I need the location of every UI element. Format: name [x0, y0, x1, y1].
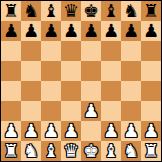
square-c6[interactable]	[41, 41, 61, 61]
piece-black-king[interactable]: ♚	[83, 1, 99, 21]
square-h3[interactable]	[141, 101, 161, 121]
piece-white-bishop[interactable]: ♝	[103, 141, 119, 161]
piece-black-pawn[interactable]: ♟	[23, 21, 39, 41]
square-g2[interactable]: ♟	[121, 121, 141, 141]
square-b2[interactable]: ♟	[21, 121, 41, 141]
square-d5[interactable]	[61, 61, 81, 81]
square-h8[interactable]: ♜	[141, 1, 161, 21]
square-a1[interactable]: ♜	[1, 141, 21, 161]
piece-white-pawn[interactable]: ♟	[63, 121, 79, 141]
square-h6[interactable]	[141, 41, 161, 61]
piece-white-pawn[interactable]: ♟	[43, 121, 59, 141]
piece-black-pawn[interactable]: ♟	[103, 21, 119, 41]
square-e5[interactable]	[81, 61, 101, 81]
piece-black-pawn[interactable]: ♟	[143, 21, 159, 41]
piece-black-pawn[interactable]: ♟	[43, 21, 59, 41]
square-c7[interactable]: ♟	[41, 21, 61, 41]
piece-black-queen[interactable]: ♛	[63, 1, 79, 21]
square-b8[interactable]: ♞	[21, 1, 41, 21]
square-g3[interactable]	[121, 101, 141, 121]
square-g8[interactable]: ♞	[121, 1, 141, 21]
piece-white-rook[interactable]: ♜	[3, 141, 19, 161]
piece-white-king[interactable]: ♚	[83, 141, 99, 161]
square-g6[interactable]	[121, 41, 141, 61]
square-e8[interactable]: ♚	[81, 1, 101, 21]
square-b3[interactable]	[21, 101, 41, 121]
square-e4[interactable]	[81, 81, 101, 101]
square-f8[interactable]: ♝	[101, 1, 121, 21]
square-g4[interactable]	[121, 81, 141, 101]
piece-white-queen[interactable]: ♛	[63, 141, 79, 161]
square-d2[interactable]: ♟	[61, 121, 81, 141]
piece-black-rook[interactable]: ♜	[3, 1, 19, 21]
square-e3[interactable]: ♟	[81, 101, 101, 121]
piece-white-pawn[interactable]: ♟	[83, 101, 99, 121]
square-d7[interactable]: ♟	[61, 21, 81, 41]
square-d1[interactable]: ♛	[61, 141, 81, 161]
square-d4[interactable]	[61, 81, 81, 101]
chess-board: ♜♞♝♛♚♝♞♜♟♟♟♟♟♟♟♟♟♟♟♟♟♟♟♟♜♞♝♛♚♝♞♜	[0, 0, 162, 162]
square-g1[interactable]: ♞	[121, 141, 141, 161]
square-c1[interactable]: ♝	[41, 141, 61, 161]
square-g7[interactable]: ♟	[121, 21, 141, 41]
square-e1[interactable]: ♚	[81, 141, 101, 161]
square-b6[interactable]	[21, 41, 41, 61]
piece-black-pawn[interactable]: ♟	[63, 21, 79, 41]
piece-black-knight[interactable]: ♞	[123, 1, 139, 21]
square-b1[interactable]: ♞	[21, 141, 41, 161]
square-a3[interactable]	[1, 101, 21, 121]
square-h2[interactable]: ♟	[141, 121, 161, 141]
piece-black-bishop[interactable]: ♝	[103, 1, 119, 21]
square-b4[interactable]	[21, 81, 41, 101]
piece-black-rook[interactable]: ♜	[143, 1, 159, 21]
square-a8[interactable]: ♜	[1, 1, 21, 21]
piece-white-pawn[interactable]: ♟	[3, 121, 19, 141]
square-f1[interactable]: ♝	[101, 141, 121, 161]
square-g5[interactable]	[121, 61, 141, 81]
square-f2[interactable]: ♟	[101, 121, 121, 141]
square-f4[interactable]	[101, 81, 121, 101]
square-a4[interactable]	[1, 81, 21, 101]
square-f6[interactable]	[101, 41, 121, 61]
square-d3[interactable]	[61, 101, 81, 121]
square-b5[interactable]	[21, 61, 41, 81]
square-b7[interactable]: ♟	[21, 21, 41, 41]
square-a2[interactable]: ♟	[1, 121, 21, 141]
square-c8[interactable]: ♝	[41, 1, 61, 21]
square-d8[interactable]: ♛	[61, 1, 81, 21]
square-c5[interactable]	[41, 61, 61, 81]
piece-white-pawn[interactable]: ♟	[143, 121, 159, 141]
square-e6[interactable]	[81, 41, 101, 61]
piece-white-pawn[interactable]: ♟	[123, 121, 139, 141]
piece-white-knight[interactable]: ♞	[23, 141, 39, 161]
piece-white-rook[interactable]: ♜	[143, 141, 159, 161]
square-e7[interactable]: ♟	[81, 21, 101, 41]
square-a6[interactable]	[1, 41, 21, 61]
square-d6[interactable]	[61, 41, 81, 61]
piece-black-pawn[interactable]: ♟	[83, 21, 99, 41]
square-e2[interactable]	[81, 121, 101, 141]
piece-white-bishop[interactable]: ♝	[43, 141, 59, 161]
square-a5[interactable]	[1, 61, 21, 81]
square-f5[interactable]	[101, 61, 121, 81]
square-h1[interactable]: ♜	[141, 141, 161, 161]
square-c4[interactable]	[41, 81, 61, 101]
piece-white-pawn[interactable]: ♟	[23, 121, 39, 141]
piece-white-knight[interactable]: ♞	[123, 141, 139, 161]
piece-white-pawn[interactable]: ♟	[103, 121, 119, 141]
piece-black-pawn[interactable]: ♟	[3, 21, 19, 41]
square-c2[interactable]: ♟	[41, 121, 61, 141]
piece-black-bishop[interactable]: ♝	[43, 1, 59, 21]
square-f3[interactable]	[101, 101, 121, 121]
square-h7[interactable]: ♟	[141, 21, 161, 41]
piece-black-pawn[interactable]: ♟	[123, 21, 139, 41]
square-f7[interactable]: ♟	[101, 21, 121, 41]
square-c3[interactable]	[41, 101, 61, 121]
square-a7[interactable]: ♟	[1, 21, 21, 41]
square-h4[interactable]	[141, 81, 161, 101]
piece-black-knight[interactable]: ♞	[23, 1, 39, 21]
square-h5[interactable]	[141, 61, 161, 81]
